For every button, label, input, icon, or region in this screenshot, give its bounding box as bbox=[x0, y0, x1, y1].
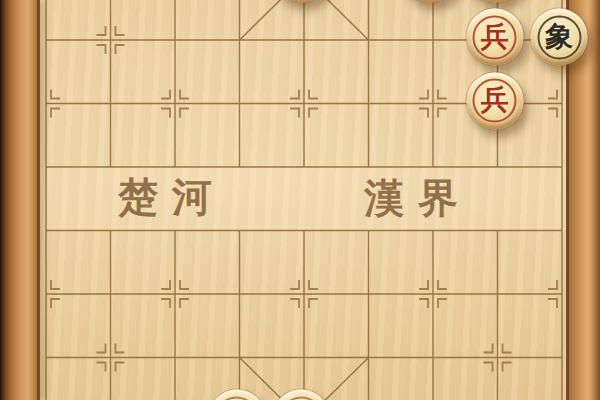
piece-cutoff-piece-top-palace[interactable] bbox=[273, 0, 330, 2]
piece-glyph bbox=[208, 390, 265, 400]
piece-glyph: 兵 bbox=[466, 72, 523, 129]
piece-cutoff-piece-top[interactable] bbox=[466, 0, 523, 2]
piece-glyph bbox=[466, 0, 523, 2]
piece-glyph: 兵 bbox=[466, 9, 523, 66]
piece-glyph bbox=[273, 0, 330, 2]
pieces-layer: 兵象兵 bbox=[0, 0, 600, 400]
piece-black-elephant[interactable]: 象 bbox=[531, 9, 588, 66]
piece-cutoff-piece-top[interactable] bbox=[402, 0, 459, 2]
piece-red-soldier[interactable]: 兵 bbox=[466, 9, 523, 66]
piece-glyph: 象 bbox=[531, 9, 588, 66]
piece-red-soldier[interactable]: 兵 bbox=[466, 72, 523, 129]
piece-cutoff-piece-bottom[interactable] bbox=[273, 390, 330, 400]
piece-cutoff-piece-bottom[interactable] bbox=[208, 390, 265, 400]
piece-glyph bbox=[273, 390, 330, 400]
piece-glyph bbox=[402, 0, 459, 2]
xiangqi-game-screen: 楚河 漢界 兵象兵 bbox=[0, 0, 600, 400]
